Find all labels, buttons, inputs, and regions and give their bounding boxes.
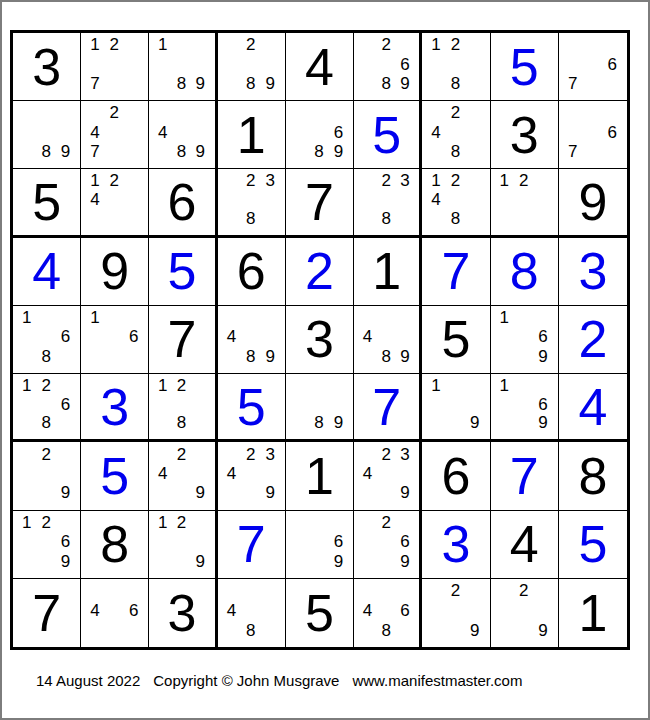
pencil-marks: 67	[559, 101, 627, 168]
cell-r2c2[interactable]: 247	[81, 101, 149, 169]
pencil-marks: 69	[286, 511, 353, 578]
candidate-digit: 6	[124, 601, 143, 621]
cell-r4c7[interactable]: 7	[422, 238, 490, 306]
candidate-digit: 1	[426, 376, 445, 395]
candidate-digit: 8	[446, 74, 465, 93]
pencil-marks: 2349	[354, 442, 419, 509]
cell-r8c6[interactable]: 269	[354, 511, 422, 579]
candidate-digit: 4	[85, 123, 104, 142]
cell-r1c7[interactable]: 128	[422, 33, 490, 101]
candidate-digit: 3	[396, 171, 415, 190]
candidate-digit: 2	[36, 376, 55, 395]
pencil-marks: 67	[559, 33, 627, 100]
pencil-marks: 128	[149, 374, 214, 439]
given-digit: 5	[286, 579, 353, 647]
cell-r1c9[interactable]: 67	[559, 33, 627, 101]
pencil-marks: 269	[354, 511, 419, 578]
candidate-digit: 9	[56, 551, 75, 570]
candidate-digit: 2	[105, 35, 124, 54]
candidate-digit: 6	[329, 532, 348, 551]
cell-r9c5[interactable]: 5	[286, 579, 354, 647]
solved-digit: 8	[491, 238, 558, 305]
candidate-digit: 6	[396, 532, 415, 551]
candidate-digit: 8	[36, 347, 55, 366]
candidate-digit: 2	[36, 444, 55, 463]
candidate-digit: 2	[241, 35, 260, 54]
candidate-digit: 2	[446, 103, 465, 122]
given-digit: 5	[13, 169, 80, 234]
candidate-digit: 3	[260, 171, 279, 190]
candidate-digit: 2	[36, 513, 55, 532]
candidate-digit: 1	[426, 171, 445, 190]
candidate-digit: 8	[309, 142, 328, 161]
cell-r2c3[interactable]: 489	[149, 101, 217, 169]
solved-digit: 3	[81, 374, 148, 439]
candidate-digit: 8	[377, 209, 396, 228]
candidate-digit: 4	[358, 464, 377, 483]
pencil-marks: 48	[218, 579, 285, 647]
candidate-digit: 4	[358, 327, 377, 346]
cell-r1c4[interactable]: 289	[218, 33, 286, 101]
solved-digit: 5	[218, 374, 285, 439]
candidate-digit: 8	[172, 414, 191, 433]
candidate-digit: 8	[241, 347, 260, 366]
given-digit: 7	[149, 306, 214, 373]
cell-r2c7[interactable]: 248	[422, 101, 490, 169]
candidate-digit: 2	[446, 581, 465, 601]
cell-r2c6[interactable]: 5	[354, 101, 422, 169]
given-digit: 3	[491, 101, 558, 168]
pencil-marks: 248	[422, 101, 489, 168]
cell-r2c4[interactable]: 1	[218, 101, 286, 169]
pencil-marks: 1269	[13, 511, 80, 578]
candidate-digit: 7	[85, 142, 104, 161]
cell-r7c1[interactable]: 29	[13, 442, 81, 510]
candidate-digit: 2	[377, 35, 396, 54]
candidate-digit: 1	[495, 376, 514, 395]
cell-r2c9[interactable]: 67	[559, 101, 627, 169]
pencil-marks: 2349	[218, 442, 285, 509]
pencil-marks: 169	[491, 374, 558, 439]
candidate-digit: 2	[105, 103, 124, 122]
pencil-marks: 89	[13, 101, 80, 168]
pencil-marks: 489	[218, 306, 285, 373]
candidate-digit: 9	[465, 620, 484, 640]
candidate-digit: 1	[85, 35, 104, 54]
cell-r5c6[interactable]: 489	[354, 306, 422, 374]
given-digit: 3	[286, 306, 353, 373]
pencil-marks: 289	[218, 33, 285, 100]
candidate-digit: 6	[56, 532, 75, 551]
cell-r6c4[interactable]: 5	[218, 374, 286, 442]
candidate-digit: 8	[36, 414, 55, 433]
candidate-digit: 4	[85, 190, 104, 209]
cell-r8c9[interactable]: 5	[559, 511, 627, 579]
cell-r6c2[interactable]: 3	[81, 374, 149, 442]
cell-r5c8[interactable]: 169	[491, 306, 559, 374]
cell-r9c4[interactable]: 48	[218, 579, 286, 647]
cell-r8c5[interactable]: 69	[286, 511, 354, 579]
candidate-digit: 9	[396, 483, 415, 502]
cell-r9c8[interactable]: 29	[491, 579, 559, 647]
cell-r5c4[interactable]: 489	[218, 306, 286, 374]
solved-digit: 4	[559, 374, 627, 439]
cell-r1c8[interactable]: 5	[491, 33, 559, 101]
pencil-marks: 2689	[354, 33, 419, 100]
cell-r3c5[interactable]: 7	[286, 169, 354, 237]
candidate-digit: 6	[533, 327, 552, 346]
pencil-marks: 128	[422, 33, 489, 100]
candidate-digit: 2	[377, 513, 396, 532]
candidate-digit: 2	[514, 171, 533, 190]
candidate-digit: 6	[396, 54, 415, 73]
candidate-digit: 9	[56, 142, 75, 161]
cell-r3c1[interactable]: 5	[13, 169, 81, 237]
pencil-marks: 189	[149, 33, 214, 100]
candidate-digit: 3	[396, 444, 415, 463]
candidate-digit: 9	[533, 414, 552, 433]
cell-r8c4[interactable]: 7	[218, 511, 286, 579]
given-digit: 9	[559, 169, 627, 234]
candidate-digit: 4	[358, 601, 377, 621]
solved-digit: 5	[491, 33, 558, 100]
cell-r4c3[interactable]: 5	[149, 238, 217, 306]
cell-r4c4[interactable]: 6	[218, 238, 286, 306]
pencil-marks: 238	[218, 169, 285, 234]
cell-r9c1[interactable]: 7	[13, 579, 81, 647]
candidate-digit: 6	[602, 54, 622, 73]
cell-r7c7[interactable]: 6	[422, 442, 490, 510]
footer-copyright: Copyright © John Musgrave	[153, 672, 339, 689]
pencil-marks: 12	[491, 169, 558, 234]
candidate-digit: 4	[153, 464, 172, 483]
candidate-digit: 1	[17, 376, 36, 395]
solved-digit: 5	[81, 442, 148, 509]
candidate-digit: 9	[329, 142, 348, 161]
pencil-marks: 168	[13, 306, 80, 373]
candidate-digit: 8	[377, 347, 396, 366]
given-digit: 4	[491, 511, 558, 578]
cell-r7c4[interactable]: 2349	[218, 442, 286, 510]
cell-r8c8[interactable]: 4	[491, 511, 559, 579]
candidate-digit: 8	[241, 209, 260, 228]
pencil-marks: 1248	[422, 169, 489, 234]
candidate-digit: 6	[329, 123, 348, 142]
candidate-digit: 4	[426, 190, 445, 209]
given-digit: 1	[354, 238, 419, 305]
candidate-digit: 2	[105, 171, 124, 190]
pencil-marks: 468	[354, 579, 419, 647]
candidate-digit: 1	[153, 376, 172, 395]
candidate-digit: 7	[85, 74, 104, 93]
candidate-digit: 1	[495, 308, 514, 327]
cell-r3c3[interactable]: 6	[149, 169, 217, 237]
pencil-marks: 19	[422, 374, 489, 439]
candidate-digit: 1	[17, 513, 36, 532]
candidate-digit: 2	[241, 171, 260, 190]
pencil-marks: 29	[491, 579, 558, 647]
candidate-digit: 9	[396, 74, 415, 93]
pencil-marks: 689	[286, 101, 353, 168]
cell-r9c6[interactable]: 468	[354, 579, 422, 647]
candidate-digit: 9	[396, 551, 415, 570]
cell-r6c5[interactable]: 89	[286, 374, 354, 442]
given-digit: 5	[422, 306, 489, 373]
cell-r4c6[interactable]: 1	[354, 238, 422, 306]
candidate-digit: 9	[329, 414, 348, 433]
cell-r5c9[interactable]: 2	[559, 306, 627, 374]
candidate-digit: 8	[377, 74, 396, 93]
candidate-digit: 4	[85, 601, 104, 621]
cell-r7c9[interactable]: 8	[559, 442, 627, 510]
pencil-marks: 169	[491, 306, 558, 373]
pencil-marks: 16	[81, 306, 148, 373]
cell-r3c4[interactable]: 238	[218, 169, 286, 237]
solved-digit: 3	[559, 238, 627, 305]
cell-r5c1[interactable]: 168	[13, 306, 81, 374]
cell-r4c5[interactable]: 2	[286, 238, 354, 306]
candidate-digit: 4	[153, 123, 172, 142]
pencil-marks: 89	[286, 374, 353, 439]
cell-r9c2[interactable]: 46	[81, 579, 149, 647]
solved-digit: 3	[422, 511, 489, 578]
cell-r8c7[interactable]: 3	[422, 511, 490, 579]
cell-r7c6[interactable]: 2349	[354, 442, 422, 510]
candidate-digit: 9	[465, 414, 484, 433]
cell-r7c5[interactable]: 1	[286, 442, 354, 510]
candidate-digit: 2	[446, 35, 465, 54]
cell-r9c3[interactable]: 3	[149, 579, 217, 647]
candidate-digit: 6	[56, 395, 75, 414]
cell-r9c9[interactable]: 1	[559, 579, 627, 647]
cell-r6c6[interactable]: 7	[354, 374, 422, 442]
candidate-digit: 2	[172, 376, 191, 395]
solved-digit: 2	[559, 306, 627, 373]
given-digit: 9	[81, 238, 148, 305]
candidate-digit: 8	[241, 74, 260, 93]
cell-r5c3[interactable]: 7	[149, 306, 217, 374]
candidate-digit: 9	[191, 551, 210, 570]
given-digit: 6	[218, 238, 285, 305]
candidate-digit: 9	[191, 74, 210, 93]
pencil-marks: 489	[354, 306, 419, 373]
solved-digit: 5	[559, 511, 627, 578]
candidate-digit: 8	[446, 142, 465, 161]
pencil-marks: 129	[149, 511, 214, 578]
given-digit: 8	[559, 442, 627, 509]
candidate-digit: 8	[309, 414, 328, 433]
candidate-digit: 1	[153, 513, 172, 532]
candidate-digit: 9	[260, 347, 279, 366]
candidate-digit: 9	[260, 74, 279, 93]
candidate-digit: 6	[124, 327, 143, 346]
solved-digit: 7	[491, 442, 558, 509]
solved-digit: 7	[218, 511, 285, 578]
sudoku-board: 3127189289426891285678924748916895248367…	[10, 30, 630, 650]
candidate-digit: 1	[153, 35, 172, 54]
candidate-digit: 2	[377, 444, 396, 463]
candidate-digit: 6	[56, 327, 75, 346]
candidate-digit: 2	[172, 513, 191, 532]
cell-r6c1[interactable]: 1268	[13, 374, 81, 442]
pencil-marks: 249	[149, 442, 214, 509]
page: { "game": "sudoku", "position": "3000400…	[0, 0, 650, 720]
candidate-digit: 8	[36, 142, 55, 161]
pencil-marks: 124	[81, 169, 148, 234]
pencil-marks: 238	[354, 169, 419, 234]
candidate-digit: 6	[602, 123, 622, 142]
given-digit: 3	[149, 579, 214, 647]
cell-r6c7[interactable]: 19	[422, 374, 490, 442]
candidate-digit: 2	[377, 171, 396, 190]
candidate-digit: 7	[563, 74, 583, 93]
cell-r8c1[interactable]: 1269	[13, 511, 81, 579]
candidate-digit: 1	[495, 171, 514, 190]
candidate-digit: 6	[533, 395, 552, 414]
cell-r2c5[interactable]: 689	[286, 101, 354, 169]
candidate-digit: 3	[260, 444, 279, 463]
cell-r1c6[interactable]: 2689	[354, 33, 422, 101]
solved-digit: 2	[286, 238, 353, 305]
given-digit: 8	[81, 511, 148, 578]
cell-r4c2[interactable]: 9	[81, 238, 149, 306]
given-digit: 7	[286, 169, 353, 234]
cell-r6c3[interactable]: 128	[149, 374, 217, 442]
candidate-digit: 9	[260, 483, 279, 502]
footer: 14 August 2022 Copyright © John Musgrave…	[36, 672, 522, 689]
pencil-marks: 127	[81, 33, 148, 100]
cell-r1c5[interactable]: 4	[286, 33, 354, 101]
candidate-digit: 9	[396, 347, 415, 366]
cell-r1c2[interactable]: 127	[81, 33, 149, 101]
candidate-digit: 9	[329, 551, 348, 570]
candidate-digit: 8	[377, 620, 396, 640]
cell-r7c8[interactable]: 7	[491, 442, 559, 510]
pencil-marks: 46	[81, 579, 148, 647]
given-digit: 4	[286, 33, 353, 100]
cell-r6c8[interactable]: 169	[491, 374, 559, 442]
candidate-digit: 9	[533, 347, 552, 366]
pencil-marks: 29	[422, 579, 489, 647]
candidate-digit: 2	[446, 171, 465, 190]
cell-r1c3[interactable]: 189	[149, 33, 217, 101]
cell-r5c7[interactable]: 5	[422, 306, 490, 374]
cell-r3c8[interactable]: 12	[491, 169, 559, 237]
candidate-digit: 8	[172, 74, 191, 93]
candidate-digit: 4	[222, 601, 241, 621]
candidate-digit: 1	[85, 171, 104, 190]
cell-r3c6[interactable]: 238	[354, 169, 422, 237]
footer-date: 14 August 2022	[36, 672, 140, 689]
candidate-digit: 9	[191, 483, 210, 502]
candidate-digit: 7	[563, 142, 583, 161]
candidate-digit: 6	[396, 601, 415, 621]
cell-r7c2[interactable]: 5	[81, 442, 149, 510]
given-digit: 1	[559, 579, 627, 647]
cell-r4c9[interactable]: 3	[559, 238, 627, 306]
given-digit: 3	[13, 33, 80, 100]
given-digit: 1	[286, 442, 353, 509]
given-digit: 6	[149, 169, 214, 234]
candidate-digit: 9	[191, 142, 210, 161]
candidate-digit: 1	[85, 308, 104, 327]
cell-r3c9[interactable]: 9	[559, 169, 627, 237]
cell-r4c1[interactable]: 4	[13, 238, 81, 306]
candidate-digit: 8	[446, 209, 465, 228]
pencil-marks: 1268	[13, 374, 80, 439]
candidate-digit: 8	[172, 142, 191, 161]
pencil-marks: 247	[81, 101, 148, 168]
candidate-digit: 4	[222, 327, 241, 346]
solved-digit: 5	[354, 101, 419, 168]
pencil-marks: 489	[149, 101, 214, 168]
candidate-digit: 9	[533, 620, 552, 640]
candidate-digit: 4	[426, 123, 445, 142]
cell-r7c3[interactable]: 249	[149, 442, 217, 510]
candidate-digit: 1	[426, 35, 445, 54]
candidate-digit: 9	[56, 483, 75, 502]
pencil-marks: 29	[13, 442, 80, 509]
candidate-digit: 4	[222, 464, 241, 483]
cell-r6c9[interactable]: 4	[559, 374, 627, 442]
cell-r3c7[interactable]: 1248	[422, 169, 490, 237]
cell-r2c8[interactable]: 3	[491, 101, 559, 169]
cell-r4c8[interactable]: 8	[491, 238, 559, 306]
cell-r1c1[interactable]: 3	[13, 33, 81, 101]
cell-r5c5[interactable]: 3	[286, 306, 354, 374]
candidate-digit: 8	[241, 620, 260, 640]
given-digit: 1	[218, 101, 285, 168]
solved-digit: 4	[13, 238, 80, 305]
candidate-digit: 1	[17, 308, 36, 327]
cell-r5c2[interactable]: 16	[81, 306, 149, 374]
solved-digit: 5	[149, 238, 214, 305]
cell-r3c2[interactable]: 124	[81, 169, 149, 237]
cell-r2c1[interactable]: 89	[13, 101, 81, 169]
candidate-digit: 2	[241, 444, 260, 463]
candidate-digit: 2	[514, 581, 533, 601]
cell-r9c7[interactable]: 29	[422, 579, 490, 647]
cell-r8c3[interactable]: 129	[149, 511, 217, 579]
solved-digit: 7	[422, 238, 489, 305]
cell-r8c2[interactable]: 8	[81, 511, 149, 579]
footer-website: www.manifestmaster.com	[352, 672, 522, 689]
candidate-digit: 2	[172, 444, 191, 463]
solved-digit: 7	[354, 374, 419, 439]
given-digit: 6	[422, 442, 489, 509]
given-digit: 7	[13, 579, 80, 647]
